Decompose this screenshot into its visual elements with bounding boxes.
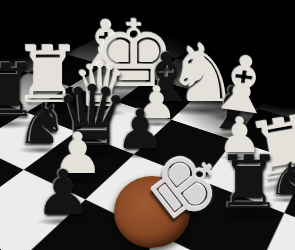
chess-scene: ♜♜♝♚♛♛♞♟♟♝♟♞♟♝♝♟♜♜♞♚ [0,0,295,250]
black-pawn-front-left[interactable]: ♟ [30,162,95,224]
pieces-layer: ♜♜♝♚♛♛♞♟♟♝♟♞♟♝♝♟♜♜♞♚ [0,0,295,250]
